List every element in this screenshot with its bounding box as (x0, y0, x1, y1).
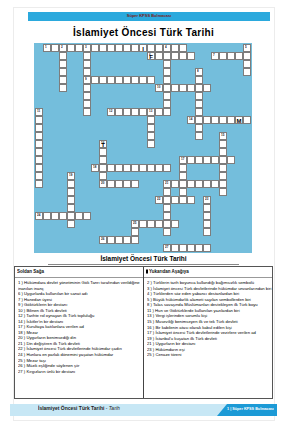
grid-cell (139, 76, 147, 84)
grid-cell (203, 180, 211, 188)
grid-cell: 2 (59, 44, 67, 52)
grid-cell (99, 44, 107, 52)
grid-cell (35, 172, 43, 180)
grid-cell: 20 (99, 180, 107, 188)
grid-cell: 22 (155, 196, 163, 204)
grid-cell (99, 148, 107, 156)
grid-cell: 21 (163, 180, 171, 188)
grid-cell (131, 76, 139, 84)
grid-cell (131, 180, 139, 188)
grid-cell (107, 180, 115, 188)
clue: 8 ) Talas savaşında Müslümanları destekl… (147, 302, 272, 307)
grid-cell (219, 172, 227, 180)
down-clues-list: 2 ) Türklerin tarih boyunca kullandığı b… (147, 280, 272, 358)
grid-cell (99, 76, 107, 84)
grid-cell (35, 116, 43, 124)
across-clues-list: 1 ) Hükümdara devlet yönetiminin Gök Tan… (18, 280, 143, 374)
down-header-label: Yukarıdan Aşağıya (149, 269, 189, 274)
grid-cell (35, 180, 43, 188)
grid-cell (163, 164, 171, 172)
grid-cell (163, 220, 171, 228)
clue-number: 21 (165, 181, 168, 184)
page-title: İslamiyet Öncesi Türk Tarihi (0, 27, 287, 38)
grid-cell: 3 (83, 44, 91, 52)
grid-cell: 18 (91, 164, 99, 172)
grid-cell (163, 188, 171, 196)
clue: 15 ) Museviliği benimseyen ilk ve tek Tü… (147, 319, 272, 324)
grid-cell (187, 52, 195, 60)
grid-cell (59, 84, 67, 92)
clue: 1 ) Hükümdara devlet yönetiminin Gök Tan… (18, 280, 143, 291)
grid-cell (179, 84, 187, 92)
clues-heading-rule (48, 264, 239, 265)
grid-cell (163, 204, 171, 212)
clue-number: 20 (101, 181, 104, 184)
grid-cell (163, 228, 171, 236)
grid-cell (171, 196, 179, 204)
grid-cell (227, 156, 235, 164)
grid-cell (147, 124, 155, 132)
grid-cell (75, 212, 83, 220)
clue-number: 18 (93, 165, 96, 168)
clue-number: 17 (181, 157, 184, 160)
footer-bar: İslamiyet Öncesi Türk Tarihi - Tarih 1 |… (10, 404, 277, 416)
grid-cell (107, 236, 115, 244)
grid-cell (203, 156, 211, 164)
clue-number: 10 (157, 85, 160, 88)
grid-cell (99, 164, 107, 172)
grid-cell (67, 212, 75, 220)
grid-cell (203, 204, 211, 212)
clue: 24 ) Hunlara en parlak dönemini yaşatan … (18, 352, 143, 357)
grid-cell (163, 84, 171, 92)
grid-cell (195, 244, 203, 252)
grid-cell (123, 76, 131, 84)
clue: 3 ) İslamiyet öncesi Türk devletlerinde … (147, 286, 272, 291)
grid-cell (67, 188, 75, 196)
grid-cell (163, 92, 171, 100)
grid-cell (211, 116, 219, 124)
clue: 16 ) Bir kabilenin atası olarak kabul ed… (147, 324, 272, 329)
grid-cell (59, 212, 67, 220)
clue-number: 25 (133, 221, 136, 224)
grid-cell (163, 60, 171, 68)
grid-cell (83, 108, 91, 116)
grid-cell (155, 44, 163, 52)
clue-number: 27 (165, 245, 168, 248)
clue: 10 ) Bilinen ilk Türk devleti (18, 307, 143, 312)
grid-cell: 26 (99, 236, 107, 244)
grid-cell (195, 76, 203, 84)
clue-number: 14 (189, 117, 192, 120)
clue: 12 ) Tarihte rol oynayan ilk Türk toplul… (18, 313, 143, 318)
grid-cell (115, 164, 123, 172)
grid-cell: 16T (99, 140, 107, 148)
clue-number: 8 (197, 69, 199, 72)
grid-cell (155, 164, 163, 172)
clue: 19 ) İstanbul'u kuşatan ilk Türk devleti (147, 335, 272, 340)
grid-cell: M (235, 116, 243, 124)
grid-cell (51, 212, 59, 220)
clue: 25 ) Cenaze töreni (147, 352, 272, 357)
grid-cell (171, 180, 179, 188)
grid-cell (219, 164, 227, 172)
clue: 17 ) İslamiyet öncesi Türk devletlerinde… (147, 330, 272, 335)
grid-cell (147, 220, 155, 228)
prefilled-letter: M (236, 118, 242, 125)
grid-cell (203, 212, 211, 220)
grid-cell: 25 (131, 220, 139, 228)
grid-cell (171, 244, 179, 252)
grid-cell (123, 164, 131, 172)
grid-cell (147, 44, 155, 52)
grid-cell (203, 116, 211, 124)
top-banner: Süper KPSS Bulmacası (28, 12, 270, 21)
down-header: Yukarıdan Aşağıya (146, 269, 274, 274)
grid-cell (163, 52, 171, 60)
grid-cell (163, 76, 171, 84)
clue: 22 ) İslamiyet öncesi Türk devletlerinde… (18, 346, 143, 351)
clue: 17 ) Kurultaya katılanlara verilen ad (18, 324, 143, 329)
clue: 25 ) Mezar taşı (18, 357, 143, 362)
clue: 9 ) Göktürklerin bir destanı (18, 302, 143, 307)
grid-cell (203, 220, 211, 228)
grid-cell (59, 52, 67, 60)
grid-cell (163, 108, 171, 116)
grid-cell (195, 156, 203, 164)
clue-number: 24 (37, 213, 40, 216)
grid-cell (35, 148, 43, 156)
grid-cell: 7 (211, 52, 219, 60)
grid-cell (131, 164, 139, 172)
prefilled-letter: I (140, 46, 146, 53)
grid-cell (195, 84, 203, 92)
grid-cell (171, 44, 179, 52)
grid-cell (211, 180, 219, 188)
clue: 6 ) Uygurlarda kullanılan bir sanat adı (18, 291, 143, 296)
clues-heading: İslamiyet Öncesi Türk Tarihi (0, 255, 287, 262)
grid-cell (115, 180, 123, 188)
clue-number: 7 (213, 53, 215, 56)
grid-cell (35, 156, 43, 164)
clue: 5 ) Büyük hükümdarlık alameti sayılan se… (147, 297, 272, 302)
grid-cell (107, 164, 115, 172)
grid-cell (195, 92, 203, 100)
grid-cell (155, 108, 163, 116)
prefilled-letter: F (148, 54, 154, 61)
grid-cell (91, 44, 99, 52)
grid-cell (195, 116, 203, 124)
grid-cell: 5 (243, 44, 251, 52)
clue: 20 ) Uygurların benimsediği din (18, 335, 143, 340)
black-square-bullet (146, 270, 148, 274)
grid-cell (59, 68, 67, 76)
grid-cell (171, 84, 179, 92)
clue-number: 12 (109, 109, 112, 112)
grid-cell (107, 44, 115, 52)
clue-number: 15 (221, 133, 224, 136)
grid-cell: 23 (203, 196, 211, 204)
grid-cell (243, 68, 251, 76)
grid-cell (115, 108, 123, 116)
grid-cell (179, 188, 187, 196)
grid-cell (43, 212, 51, 220)
grid-cell (219, 116, 227, 124)
clue-number: 4 (165, 45, 167, 48)
grid-cell: 1 (43, 44, 51, 52)
clue-number: 11 (37, 109, 40, 112)
grid-cell (83, 92, 91, 100)
grid-cell (59, 76, 67, 84)
workbook-page: Süper KPSS Bulmacası İslamiyet Öncesi Tü… (0, 0, 287, 430)
clue: 18 ) Mezar (18, 330, 143, 335)
clue: 14 ) İskitler'in bir destanı (18, 319, 143, 324)
grid-cell (219, 148, 227, 156)
grid-cell (171, 220, 179, 228)
grid-cell (187, 196, 195, 204)
grid-cell (147, 164, 155, 172)
grid-cell (59, 60, 67, 68)
top-banner-label: Süper KPSS Bulmacası (28, 13, 270, 18)
grid-cell: 13 (147, 108, 155, 116)
grid-cell (99, 172, 107, 180)
grid-cell (203, 244, 211, 252)
grid-cell (195, 108, 203, 116)
grid-cell (195, 100, 203, 108)
clue: 27 ) Kırgızların ünlü bir destanı (18, 368, 143, 373)
grid-cell (131, 236, 139, 244)
grid-cell (131, 228, 139, 236)
grid-cell (35, 124, 43, 132)
clue-number: 19 (69, 173, 72, 176)
grid-cell (99, 156, 107, 164)
grid-cell: 17 (179, 156, 187, 164)
grid-cell (219, 180, 227, 188)
grid-cell (147, 140, 155, 148)
grid-cell (155, 52, 163, 60)
grid-cell (187, 156, 195, 164)
clue-number: 9 (85, 77, 87, 80)
clue-number: 5 (245, 45, 247, 48)
clue: 23 ) Hükümdarın eşi (147, 346, 272, 351)
across-header: Soldan Sağa (17, 269, 145, 274)
clue-number: 22 (157, 197, 160, 200)
grid-cell: 8 (195, 68, 203, 76)
grid-cell (91, 76, 99, 84)
grid-cell (179, 172, 187, 180)
grid-cell (75, 44, 83, 52)
down-clues-column: Yukarıdan Aşağıya 2 ) Türklerin tarih bo… (144, 267, 272, 398)
grid-cell (35, 164, 43, 172)
grid-cell: 27 (163, 244, 171, 252)
grid-cell (219, 156, 227, 164)
grid-cell (211, 156, 219, 164)
grid-cell: 11 (35, 108, 43, 116)
grid-cell (67, 204, 75, 212)
footer-subject: Tarih (109, 405, 120, 411)
grid-cell (147, 76, 155, 84)
clue: 21 ) Din değiştiren ilk Türk devleti (18, 341, 143, 346)
grid-cell (219, 188, 227, 196)
grid-cell (219, 52, 227, 60)
grid-cell (67, 44, 75, 52)
grid-cell (83, 84, 91, 92)
grid-cell (139, 220, 147, 228)
grid-cell (115, 44, 123, 52)
grid-cell (179, 52, 187, 60)
grid-cell (115, 76, 123, 84)
grid-cell: 12 (107, 108, 115, 116)
clue-number: 26 (101, 237, 104, 240)
grid-cell (67, 196, 75, 204)
grid-cell (179, 180, 187, 188)
grid-cell (83, 68, 91, 76)
clue-number: 2 (61, 45, 63, 48)
grid-cell (139, 108, 147, 116)
grid-cell (203, 84, 211, 92)
grid-cell: 4 (163, 44, 171, 52)
grid-cell (83, 52, 91, 60)
grid-cell (187, 244, 195, 252)
grid-cell (35, 140, 43, 148)
grid-cell (187, 180, 195, 188)
clue: 11 ) Hun ve Göktürklerde kullanılan yazı… (147, 308, 272, 313)
grid-cell: 24 (35, 212, 43, 220)
clue-number: 1 (45, 45, 47, 48)
grid-cell (163, 196, 171, 204)
clue-number: 23 (205, 197, 208, 200)
grid-cell (243, 60, 251, 68)
across-clues-column: Soldan Sağa 1 ) Hükümdara devlet yönetim… (15, 267, 144, 398)
grid-cell (51, 44, 59, 52)
grid-cell (155, 220, 163, 228)
grid-cell (163, 68, 171, 76)
grid-cell (227, 116, 235, 124)
grid-cell: 15 (219, 132, 227, 140)
grid-cell (171, 52, 179, 60)
grid-cell (243, 52, 251, 60)
grid-cell (35, 132, 43, 140)
divider (15, 277, 143, 278)
grid-cell (107, 76, 115, 84)
grid-cell (147, 132, 155, 140)
grid-cell (83, 212, 91, 220)
clue: 2 ) Türklerin tarih boyunca kullandığı b… (147, 280, 272, 285)
grid-cell (139, 164, 147, 172)
grid-cell: I (139, 44, 147, 52)
clues-box: Soldan Sağa 1 ) Hükümdara devlet yönetim… (14, 266, 273, 399)
grid-cell (219, 140, 227, 148)
divider (144, 277, 272, 278)
grid-cell (179, 44, 187, 52)
grid-cell (83, 60, 91, 68)
grid-cell (195, 132, 203, 140)
clue: 7 ) Hanedan üyesi (18, 296, 143, 301)
grid-cell (67, 180, 75, 188)
grid-cell (187, 84, 195, 92)
clue: 4 ) Türklerden söz eden yabancı destanla… (147, 291, 272, 296)
grid-cell (147, 116, 155, 124)
grid-cell (243, 116, 251, 124)
grid-cell (179, 164, 187, 172)
clue-number: 13 (149, 109, 152, 112)
grid-cell (227, 52, 235, 60)
grid-cell (163, 100, 171, 108)
grid-cell (131, 108, 139, 116)
grid-cell (123, 180, 131, 188)
grid-cell (123, 108, 131, 116)
grid-cell: 14 (187, 116, 195, 124)
clue: 26 ) Müzik eşliğinde söylenen şiir (18, 363, 143, 368)
grid-cell (131, 44, 139, 52)
grid-cell (195, 124, 203, 132)
grid-cell (115, 236, 123, 244)
grid-cell (83, 100, 91, 108)
grid-cell (123, 236, 131, 244)
grid-cell (179, 196, 187, 204)
grid-cell (195, 180, 203, 188)
clue: 13 ) Vergi işlerinden sorumlu kişi (147, 313, 272, 318)
grid-cell (67, 220, 75, 228)
footer-ribbon: 1 | Süper KPSS Bulmacası (217, 404, 277, 416)
grid-cell (123, 44, 131, 52)
grid-cell: 9 (83, 76, 91, 84)
grid-cell: 6F (147, 52, 155, 60)
crossword-grid: 123I46F7910121314M1718202122242526275811… (34, 43, 252, 253)
grid-cell: 10 (155, 84, 163, 92)
grid-cell (179, 244, 187, 252)
grid-cell (203, 228, 211, 236)
clue: 21 ) Uygurların bir destanı (147, 341, 272, 346)
footer-title: İslamiyet Öncesi Türk Tarihi (38, 405, 104, 411)
grid-cell (235, 52, 243, 60)
grid-cell (163, 212, 171, 220)
grid-cell: 19 (67, 172, 75, 180)
clue-number: 3 (85, 45, 87, 48)
